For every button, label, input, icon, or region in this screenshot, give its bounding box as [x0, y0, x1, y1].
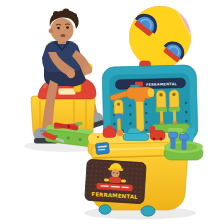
boy-eye-left	[57, 27, 60, 30]
tub-wheel-left	[99, 205, 111, 215]
orange-knob	[117, 130, 123, 136]
red-car-piece	[150, 131, 165, 141]
workbench-lid: FERRAMENTAL	[102, 65, 198, 143]
lid-strip-text: FERRAMENTAL	[146, 82, 178, 87]
boy-face	[51, 18, 74, 42]
boy-ear	[49, 29, 54, 34]
red-clamp-knob	[106, 126, 113, 132]
hair-curl	[63, 9, 70, 16]
hair-curl	[53, 11, 59, 17]
hair-curl	[71, 13, 77, 19]
blue-sticker	[95, 142, 109, 154]
product-photo: FERRAMENTAL	[0, 0, 224, 224]
tub-wheel-right	[141, 206, 155, 216]
boy-left-hand	[67, 70, 75, 78]
front-label: FERRAMENTAL	[85, 159, 146, 204]
boy-right-hand	[84, 66, 92, 74]
scene: FERRAMENTAL	[0, 0, 224, 224]
boy-eye-right	[66, 26, 69, 29]
boy-mouth	[60, 34, 65, 37]
ride-on-label	[58, 88, 76, 95]
